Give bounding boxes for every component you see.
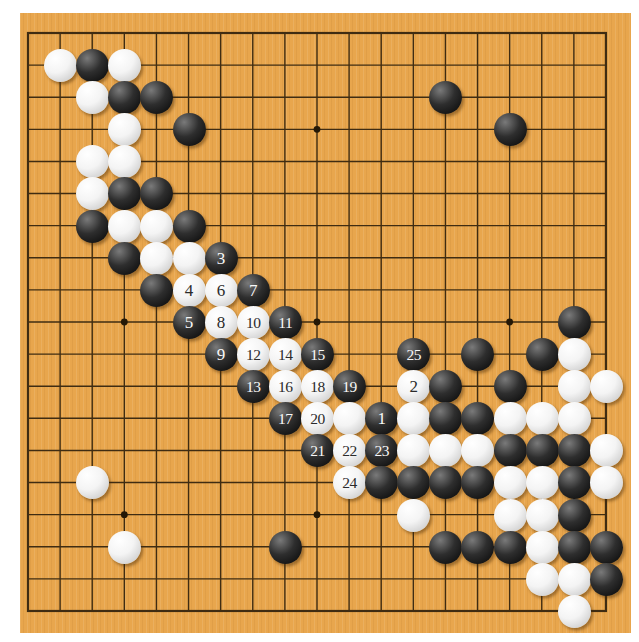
- stone-white-c5-r8[interactable]: [140, 242, 173, 275]
- stone-white-c16-r13[interactable]: [494, 402, 527, 435]
- stone-white-c11-r14[interactable]: 22: [333, 434, 366, 467]
- stone-black-c18-r17[interactable]: [558, 531, 591, 564]
- stone-black-c17-r14[interactable]: [526, 434, 559, 467]
- move-number-label: 15: [310, 338, 325, 371]
- stone-black-c14-r12[interactable]: [429, 370, 462, 403]
- stone-white-c3-r5[interactable]: [76, 145, 109, 178]
- stone-black-c4-r8[interactable]: [108, 242, 141, 275]
- move-number-label: 11: [278, 306, 292, 339]
- stone-white-c7-r9[interactable]: 6: [205, 274, 238, 307]
- stone-white-c17-r18[interactable]: [526, 563, 559, 596]
- stone-white-c9-r11[interactable]: 14: [269, 338, 302, 371]
- stone-white-c8-r11[interactable]: 12: [237, 338, 270, 371]
- stone-black-c9-r13[interactable]: 17: [269, 402, 302, 435]
- move-number-label: 14: [278, 338, 293, 371]
- stone-white-c17-r15[interactable]: [526, 466, 559, 499]
- move-number-label: 10: [246, 306, 261, 339]
- stone-white-c3-r6[interactable]: [76, 177, 109, 210]
- stone-white-c15-r14[interactable]: [461, 434, 494, 467]
- stone-white-c13-r13[interactable]: [397, 402, 430, 435]
- stone-black-c14-r3[interactable]: [429, 81, 462, 114]
- stone-white-c10-r13[interactable]: 20: [301, 402, 334, 435]
- page: { "game": "go", "board": { "size": 19, "…: [0, 0, 639, 642]
- stone-black-c12-r15[interactable]: [365, 466, 398, 499]
- stone-black-c19-r17[interactable]: [590, 531, 623, 564]
- stone-black-c13-r11[interactable]: 25: [397, 338, 430, 371]
- stone-black-c14-r13[interactable]: [429, 402, 462, 435]
- stone-black-c11-r12[interactable]: 19: [333, 370, 366, 403]
- stone-black-c15-r15[interactable]: [461, 466, 494, 499]
- stone-black-c6-r7[interactable]: [173, 210, 206, 243]
- stone-white-c4-r5[interactable]: [108, 145, 141, 178]
- stone-white-c19-r14[interactable]: [590, 434, 623, 467]
- stone-black-c19-r18[interactable]: [590, 563, 623, 596]
- stone-white-c10-r12[interactable]: 18: [301, 370, 334, 403]
- stone-black-c3-r2[interactable]: [76, 49, 109, 82]
- stone-white-c7-r10[interactable]: 8: [205, 306, 238, 339]
- stone-black-c13-r15[interactable]: [397, 466, 430, 499]
- stone-white-c14-r14[interactable]: [429, 434, 462, 467]
- move-number-label: 3: [217, 242, 226, 275]
- stone-white-c8-r10[interactable]: 10: [237, 306, 270, 339]
- stone-black-c16-r4[interactable]: [494, 113, 527, 146]
- stone-black-c7-r11[interactable]: 9: [205, 338, 238, 371]
- stone-black-c5-r6[interactable]: [140, 177, 173, 210]
- stone-black-c15-r17[interactable]: [461, 531, 494, 564]
- stone-white-c3-r3[interactable]: [76, 81, 109, 114]
- stone-white-c18-r11[interactable]: [558, 338, 591, 371]
- stone-white-c4-r17[interactable]: [108, 531, 141, 564]
- stone-white-c19-r12[interactable]: [590, 370, 623, 403]
- move-number-label: 18: [310, 370, 325, 403]
- stone-white-c18-r13[interactable]: [558, 402, 591, 435]
- stone-black-c9-r17[interactable]: [269, 531, 302, 564]
- move-number-label: 21: [310, 434, 325, 467]
- stone-white-c18-r19[interactable]: [558, 595, 591, 628]
- stone-white-c11-r13[interactable]: [333, 402, 366, 435]
- stone-black-c12-r13[interactable]: 1: [365, 402, 398, 435]
- move-number-label: 23: [374, 434, 389, 467]
- move-number-label: 19: [342, 370, 357, 403]
- move-number-label: 16: [278, 370, 293, 403]
- stone-white-c13-r16[interactable]: [397, 499, 430, 532]
- move-number-label: 5: [185, 306, 194, 339]
- stone-black-c5-r3[interactable]: [140, 81, 173, 114]
- stone-black-c3-r7[interactable]: [76, 210, 109, 243]
- stone-black-c15-r13[interactable]: [461, 402, 494, 435]
- move-number-label: 8: [217, 306, 226, 339]
- stone-white-c5-r7[interactable]: [140, 210, 173, 243]
- move-number-label: 25: [407, 338, 422, 371]
- move-number-label: 4: [185, 274, 194, 307]
- move-number-label: 7: [249, 274, 258, 307]
- stone-white-c17-r17[interactable]: [526, 531, 559, 564]
- stone-black-c6-r4[interactable]: [173, 113, 206, 146]
- stone-black-c7-r8[interactable]: 3: [205, 242, 238, 275]
- stone-black-c15-r11[interactable]: [461, 338, 494, 371]
- stone-black-c18-r10[interactable]: [558, 306, 591, 339]
- move-number-label: 17: [278, 402, 293, 435]
- stone-white-c11-r15[interactable]: 24: [333, 466, 366, 499]
- stone-black-c14-r15[interactable]: [429, 466, 462, 499]
- stone-white-c2-r2[interactable]: [44, 49, 77, 82]
- stone-white-c13-r14[interactable]: [397, 434, 430, 467]
- stone-white-c19-r15[interactable]: [590, 466, 623, 499]
- stone-white-c13-r12[interactable]: 2: [397, 370, 430, 403]
- stone-white-c16-r16[interactable]: [494, 499, 527, 532]
- move-number-label: 9: [217, 338, 226, 371]
- stone-black-c10-r11[interactable]: 15: [301, 338, 334, 371]
- stone-black-c4-r6[interactable]: [108, 177, 141, 210]
- stone-black-c12-r14[interactable]: 23: [365, 434, 398, 467]
- move-number-label: 20: [310, 402, 325, 435]
- move-number-label: 2: [410, 370, 419, 403]
- stone-white-c6-r8[interactable]: [173, 242, 206, 275]
- stone-black-c8-r9[interactable]: 7: [237, 274, 270, 307]
- move-number-label: 22: [342, 434, 357, 467]
- move-number-label: 1: [377, 402, 386, 435]
- stones-grid[interactable]: 3467581011912141525131618192172012122232…: [12, 17, 622, 627]
- stone-black-c5-r9[interactable]: [140, 274, 173, 307]
- stone-black-c4-r3[interactable]: [108, 81, 141, 114]
- move-number-label: 24: [342, 466, 357, 499]
- stone-black-c16-r12[interactable]: [494, 370, 527, 403]
- stone-black-c18-r14[interactable]: [558, 434, 591, 467]
- stone-black-c17-r11[interactable]: [526, 338, 559, 371]
- stone-black-c6-r10[interactable]: 5: [173, 306, 206, 339]
- stone-white-c17-r16[interactable]: [526, 499, 559, 532]
- stone-black-c8-r12[interactable]: 13: [237, 370, 270, 403]
- stone-white-c9-r12[interactable]: 16: [269, 370, 302, 403]
- move-number-label: 12: [246, 338, 261, 371]
- stone-black-c18-r16[interactable]: [558, 499, 591, 532]
- stone-white-c18-r18[interactable]: [558, 563, 591, 596]
- move-number-label: 13: [246, 370, 261, 403]
- stone-black-c9-r10[interactable]: 11: [269, 306, 302, 339]
- stone-white-c16-r15[interactable]: [494, 466, 527, 499]
- stone-black-c18-r15[interactable]: [558, 466, 591, 499]
- stone-black-c14-r17[interactable]: [429, 531, 462, 564]
- move-number-label: 6: [217, 274, 226, 307]
- go-board: 3467581011912141525131618192172012122232…: [20, 13, 631, 633]
- stone-black-c16-r14[interactable]: [494, 434, 527, 467]
- stone-white-c6-r9[interactable]: 4: [173, 274, 206, 307]
- stone-white-c4-r2[interactable]: [108, 49, 141, 82]
- stone-white-c3-r15[interactable]: [76, 466, 109, 499]
- stone-white-c17-r13[interactable]: [526, 402, 559, 435]
- stone-black-c16-r17[interactable]: [494, 531, 527, 564]
- stone-white-c18-r12[interactable]: [558, 370, 591, 403]
- stone-white-c4-r7[interactable]: [108, 210, 141, 243]
- stone-black-c10-r14[interactable]: 21: [301, 434, 334, 467]
- stone-white-c4-r4[interactable]: [108, 113, 141, 146]
